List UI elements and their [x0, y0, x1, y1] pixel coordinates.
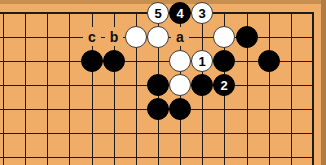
- white-stone-move-3[interactable]: 3: [191, 2, 213, 24]
- black-stone[interactable]: [213, 50, 235, 72]
- point-label-a[interactable]: a: [171, 27, 189, 46]
- move-number: 5: [154, 7, 161, 20]
- move-number: 4: [176, 7, 183, 20]
- white-stone-move-5[interactable]: 5: [147, 2, 169, 24]
- black-stone[interactable]: [147, 74, 169, 96]
- white-stone-move-1[interactable]: 1: [191, 50, 213, 72]
- move-number: 1: [198, 55, 205, 68]
- white-stone[interactable]: [125, 26, 147, 48]
- black-stone-move-2[interactable]: 2: [213, 74, 235, 96]
- black-stone[interactable]: [258, 50, 280, 72]
- white-stone[interactable]: [147, 26, 169, 48]
- white-stone[interactable]: [169, 50, 191, 72]
- move-number: 3: [198, 7, 205, 20]
- move-number: 2: [220, 79, 227, 92]
- black-stone[interactable]: [81, 50, 103, 72]
- point-label-b[interactable]: b: [105, 27, 123, 46]
- grid-line-vertical: [3, 13, 4, 165]
- grid-line-vertical: [47, 13, 48, 165]
- grid-line-vertical: [269, 13, 270, 165]
- grid-line-vertical: [291, 13, 292, 165]
- point-label-c[interactable]: c: [83, 27, 101, 46]
- black-stone[interactable]: [103, 50, 125, 72]
- black-stone[interactable]: [169, 98, 191, 120]
- white-stone[interactable]: [169, 74, 191, 96]
- board-right-edge-line: [312, 13, 314, 165]
- black-stone[interactable]: [191, 74, 213, 96]
- grid-line-vertical: [69, 13, 70, 165]
- go-board: abc54312: [0, 0, 326, 165]
- grid-line-vertical: [25, 13, 26, 165]
- black-stone[interactable]: [236, 26, 258, 48]
- black-stone[interactable]: [147, 98, 169, 120]
- white-stone[interactable]: [213, 26, 235, 48]
- black-stone-move-4[interactable]: 4: [169, 2, 191, 24]
- board-rim-right: [321, 0, 326, 165]
